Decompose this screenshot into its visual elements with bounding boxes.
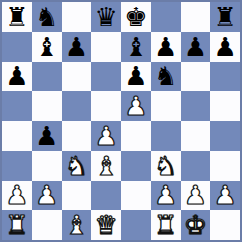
square-b2[interactable]: ♟ — [32, 181, 62, 211]
piece-black-pawn[interactable]: ♟ — [35, 123, 58, 149]
piece-black-bishop[interactable]: ♝ — [124, 34, 147, 60]
square-a6[interactable]: ♟ — [2, 62, 32, 92]
square-d1[interactable]: ♛ — [91, 210, 121, 240]
square-c6[interactable] — [62, 62, 92, 92]
piece-white-king[interactable]: ♚ — [184, 212, 207, 238]
square-f5[interactable] — [151, 91, 181, 121]
square-b1[interactable] — [32, 210, 62, 240]
square-g4[interactable] — [181, 121, 211, 151]
square-a1[interactable]: ♜ — [2, 210, 32, 240]
square-e5[interactable]: ♟ — [121, 91, 151, 121]
piece-white-rook[interactable]: ♜ — [154, 212, 177, 238]
piece-white-pawn[interactable]: ♟ — [124, 93, 147, 119]
piece-black-bishop[interactable]: ♝ — [35, 34, 58, 60]
piece-black-knight[interactable]: ♞ — [35, 4, 58, 30]
square-a8[interactable]: ♜ — [2, 2, 32, 32]
piece-black-king[interactable]: ♚ — [124, 4, 147, 30]
square-h8[interactable]: ♜ — [210, 2, 240, 32]
piece-white-pawn[interactable]: ♟ — [154, 182, 177, 208]
square-f2[interactable]: ♟ — [151, 181, 181, 211]
piece-white-pawn[interactable]: ♟ — [94, 123, 117, 149]
piece-black-knight[interactable]: ♞ — [154, 63, 177, 89]
square-a7[interactable] — [2, 32, 32, 62]
piece-white-queen[interactable]: ♛ — [94, 212, 117, 238]
square-h3[interactable] — [210, 151, 240, 181]
square-e6[interactable]: ♟ — [121, 62, 151, 92]
square-b6[interactable] — [32, 62, 62, 92]
square-b5[interactable] — [32, 91, 62, 121]
piece-black-rook[interactable]: ♜ — [213, 4, 236, 30]
piece-white-pawn[interactable]: ♟ — [213, 182, 236, 208]
piece-black-pawn[interactable]: ♟ — [124, 63, 147, 89]
square-c1[interactable]: ♝ — [62, 210, 92, 240]
piece-white-bishop[interactable]: ♝ — [65, 212, 88, 238]
piece-white-rook[interactable]: ♜ — [5, 212, 28, 238]
piece-black-pawn[interactable]: ♟ — [5, 63, 28, 89]
square-d4[interactable]: ♟ — [91, 121, 121, 151]
square-h1[interactable] — [210, 210, 240, 240]
square-e3[interactable] — [121, 151, 151, 181]
square-h6[interactable] — [210, 62, 240, 92]
piece-white-knight[interactable]: ♞ — [65, 153, 88, 179]
square-d5[interactable] — [91, 91, 121, 121]
square-g6[interactable] — [181, 62, 211, 92]
square-c3[interactable]: ♞ — [62, 151, 92, 181]
square-a3[interactable] — [2, 151, 32, 181]
square-d6[interactable] — [91, 62, 121, 92]
piece-white-pawn[interactable]: ♟ — [35, 182, 58, 208]
square-e7[interactable]: ♝ — [121, 32, 151, 62]
piece-black-queen[interactable]: ♛ — [94, 4, 117, 30]
piece-white-bishop[interactable]: ♝ — [94, 153, 117, 179]
piece-black-pawn[interactable]: ♟ — [65, 34, 88, 60]
square-d3[interactable]: ♝ — [91, 151, 121, 181]
square-c7[interactable]: ♟ — [62, 32, 92, 62]
piece-black-pawn[interactable]: ♟ — [184, 34, 207, 60]
piece-black-rook[interactable]: ♜ — [5, 4, 28, 30]
square-g8[interactable] — [181, 2, 211, 32]
square-g5[interactable] — [181, 91, 211, 121]
square-c4[interactable] — [62, 121, 92, 151]
square-b3[interactable] — [32, 151, 62, 181]
piece-white-knight[interactable]: ♞ — [154, 153, 177, 179]
square-f3[interactable]: ♞ — [151, 151, 181, 181]
square-d7[interactable] — [91, 32, 121, 62]
square-a2[interactable]: ♟ — [2, 181, 32, 211]
square-f6[interactable]: ♞ — [151, 62, 181, 92]
square-e1[interactable] — [121, 210, 151, 240]
square-h2[interactable]: ♟ — [210, 181, 240, 211]
square-g2[interactable]: ♟ — [181, 181, 211, 211]
piece-white-pawn[interactable]: ♟ — [184, 182, 207, 208]
piece-white-pawn[interactable]: ♟ — [5, 182, 28, 208]
square-h7[interactable]: ♟ — [210, 32, 240, 62]
square-f4[interactable] — [151, 121, 181, 151]
square-c5[interactable] — [62, 91, 92, 121]
square-e4[interactable] — [121, 121, 151, 151]
square-f1[interactable]: ♜ — [151, 210, 181, 240]
piece-black-pawn[interactable]: ♟ — [154, 34, 177, 60]
square-h5[interactable] — [210, 91, 240, 121]
square-g3[interactable] — [181, 151, 211, 181]
square-e2[interactable] — [121, 181, 151, 211]
square-g1[interactable]: ♚ — [181, 210, 211, 240]
square-a5[interactable] — [2, 91, 32, 121]
square-g7[interactable]: ♟ — [181, 32, 211, 62]
square-a4[interactable] — [2, 121, 32, 151]
square-c8[interactable] — [62, 2, 92, 32]
square-c2[interactable] — [62, 181, 92, 211]
square-f8[interactable] — [151, 2, 181, 32]
chess-board: ♜♞♛♚♜♝♟♝♟♟♟♟♟♞♟♟♟♞♝♞♟♟♟♟♟♜♝♛♜♚ — [0, 0, 242, 242]
square-b8[interactable]: ♞ — [32, 2, 62, 32]
square-b7[interactable]: ♝ — [32, 32, 62, 62]
square-e8[interactable]: ♚ — [121, 2, 151, 32]
square-h4[interactable] — [210, 121, 240, 151]
square-d2[interactable] — [91, 181, 121, 211]
square-d8[interactable]: ♛ — [91, 2, 121, 32]
square-f7[interactable]: ♟ — [151, 32, 181, 62]
square-b4[interactable]: ♟ — [32, 121, 62, 151]
piece-black-pawn[interactable]: ♟ — [213, 34, 236, 60]
